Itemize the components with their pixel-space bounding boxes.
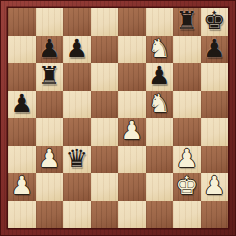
square-c3[interactable]: ♛ xyxy=(63,146,91,174)
piece-white-pawn[interactable]: ♟ xyxy=(11,172,33,200)
square-e4[interactable]: ♟ xyxy=(118,118,146,146)
square-a2[interactable]: ♟ xyxy=(8,173,36,201)
piece-black-king[interactable]: ♚ xyxy=(203,7,225,35)
piece-white-pawn[interactable]: ♟ xyxy=(176,145,198,173)
square-d5[interactable] xyxy=(91,91,119,119)
square-b1[interactable] xyxy=(36,201,64,229)
piece-white-knight[interactable]: ♞ xyxy=(148,35,170,63)
board-frame: ♜♚♟♟♞♟♜♟♟♞♟♟♛♟♟♚♟ xyxy=(0,0,236,236)
square-c1[interactable] xyxy=(63,201,91,229)
square-d3[interactable] xyxy=(91,146,119,174)
square-f8[interactable] xyxy=(146,8,174,36)
square-h4[interactable] xyxy=(201,118,229,146)
square-a7[interactable] xyxy=(8,36,36,64)
square-a8[interactable] xyxy=(8,8,36,36)
square-g7[interactable] xyxy=(173,36,201,64)
piece-black-pawn[interactable]: ♟ xyxy=(148,62,170,90)
square-h5[interactable] xyxy=(201,91,229,119)
piece-black-queen[interactable]: ♛ xyxy=(66,145,88,173)
square-f5[interactable]: ♞ xyxy=(146,91,174,119)
square-e5[interactable] xyxy=(118,91,146,119)
square-a6[interactable] xyxy=(8,63,36,91)
square-b2[interactable] xyxy=(36,173,64,201)
piece-black-rook[interactable]: ♜ xyxy=(38,62,60,90)
square-e7[interactable] xyxy=(118,36,146,64)
square-f2[interactable] xyxy=(146,173,174,201)
piece-black-pawn[interactable]: ♟ xyxy=(203,35,225,63)
square-a5[interactable]: ♟ xyxy=(8,91,36,119)
square-b4[interactable] xyxy=(36,118,64,146)
square-h8[interactable]: ♚ xyxy=(201,8,229,36)
square-b5[interactable] xyxy=(36,91,64,119)
square-h7[interactable]: ♟ xyxy=(201,36,229,64)
square-g1[interactable] xyxy=(173,201,201,229)
piece-white-pawn[interactable]: ♟ xyxy=(121,117,143,145)
piece-black-pawn[interactable]: ♟ xyxy=(66,35,88,63)
square-d1[interactable] xyxy=(91,201,119,229)
square-d2[interactable] xyxy=(91,173,119,201)
square-a4[interactable] xyxy=(8,118,36,146)
square-f4[interactable] xyxy=(146,118,174,146)
square-h1[interactable] xyxy=(201,201,229,229)
square-c5[interactable] xyxy=(63,91,91,119)
piece-white-king[interactable]: ♚ xyxy=(176,172,198,200)
square-b7[interactable]: ♟ xyxy=(36,36,64,64)
square-h2[interactable]: ♟ xyxy=(201,173,229,201)
square-e6[interactable] xyxy=(118,63,146,91)
square-b8[interactable] xyxy=(36,8,64,36)
square-e8[interactable] xyxy=(118,8,146,36)
square-g5[interactable] xyxy=(173,91,201,119)
square-f3[interactable] xyxy=(146,146,174,174)
square-c8[interactable] xyxy=(63,8,91,36)
square-d8[interactable] xyxy=(91,8,119,36)
square-c7[interactable]: ♟ xyxy=(63,36,91,64)
square-g8[interactable]: ♜ xyxy=(173,8,201,36)
square-g3[interactable]: ♟ xyxy=(173,146,201,174)
square-c4[interactable] xyxy=(63,118,91,146)
square-h3[interactable] xyxy=(201,146,229,174)
square-f1[interactable] xyxy=(146,201,174,229)
piece-black-pawn[interactable]: ♟ xyxy=(11,90,33,118)
piece-white-pawn[interactable]: ♟ xyxy=(203,172,225,200)
square-b3[interactable]: ♟ xyxy=(36,146,64,174)
chess-board: ♜♚♟♟♞♟♜♟♟♞♟♟♛♟♟♚♟ xyxy=(8,8,228,228)
square-g4[interactable] xyxy=(173,118,201,146)
square-b6[interactable]: ♜ xyxy=(36,63,64,91)
square-c2[interactable] xyxy=(63,173,91,201)
square-d4[interactable] xyxy=(91,118,119,146)
square-d6[interactable] xyxy=(91,63,119,91)
square-a1[interactable] xyxy=(8,201,36,229)
square-d7[interactable] xyxy=(91,36,119,64)
square-e3[interactable] xyxy=(118,146,146,174)
piece-white-pawn[interactable]: ♟ xyxy=(38,145,60,173)
piece-black-rook[interactable]: ♜ xyxy=(176,7,198,35)
square-f7[interactable]: ♞ xyxy=(146,36,174,64)
square-a3[interactable] xyxy=(8,146,36,174)
square-h6[interactable] xyxy=(201,63,229,91)
piece-black-pawn[interactable]: ♟ xyxy=(38,35,60,63)
square-e1[interactable] xyxy=(118,201,146,229)
square-e2[interactable] xyxy=(118,173,146,201)
square-g6[interactable] xyxy=(173,63,201,91)
piece-white-knight[interactable]: ♞ xyxy=(148,90,170,118)
square-c6[interactable] xyxy=(63,63,91,91)
square-g2[interactable]: ♚ xyxy=(173,173,201,201)
square-f6[interactable]: ♟ xyxy=(146,63,174,91)
